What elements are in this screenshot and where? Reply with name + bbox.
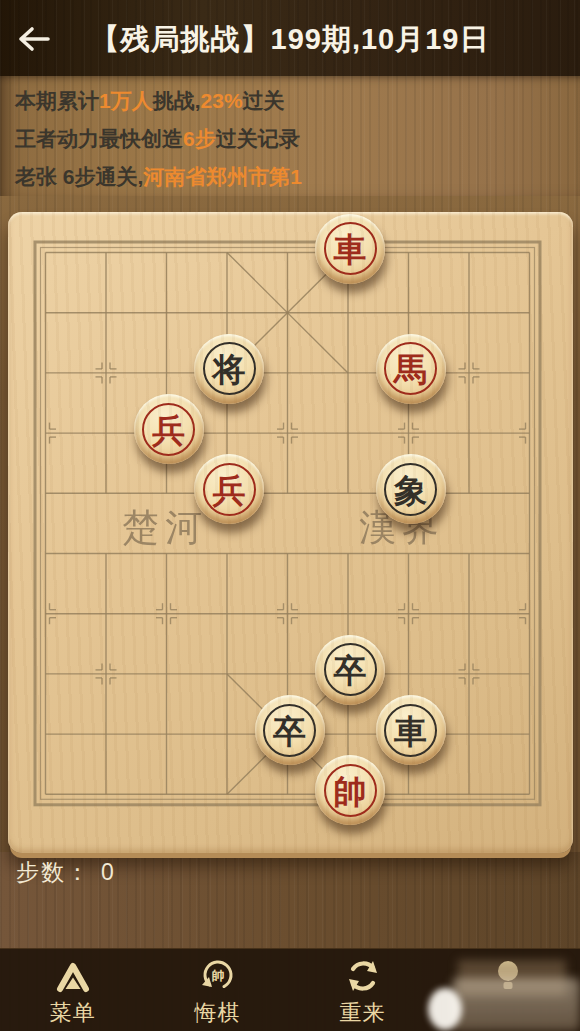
xiangqi-board[interactable]: 楚河漢界 車将馬兵兵象卒卒車帥 xyxy=(8,212,573,853)
piece-glyph: 馬 xyxy=(394,353,427,386)
piece-black-soldier[interactable]: 卒 xyxy=(255,695,325,765)
page-title: 【残局挑战】199期,10月19日 xyxy=(0,0,580,76)
piece-glyph: 兵 xyxy=(213,474,246,507)
svg-text:帥: 帥 xyxy=(211,968,224,983)
hint-bulb-icon xyxy=(493,956,523,996)
restart-icon xyxy=(343,956,383,996)
piece-glyph: 卒 xyxy=(334,654,367,687)
back-button[interactable] xyxy=(14,24,54,54)
piece-glyph: 将 xyxy=(213,353,246,386)
hint-button[interactable] xyxy=(448,956,568,998)
piece-glyph: 車 xyxy=(394,715,427,748)
stats-text: 老张 6步通关, xyxy=(15,165,143,188)
undo-button[interactable]: 帥 悔棋 xyxy=(158,956,278,1028)
bottom-toolbar: 菜单 帥 悔棋 重来 xyxy=(0,948,580,1031)
stats-text: 王者动力最快创造 xyxy=(15,127,183,150)
menu-logo-icon xyxy=(52,956,94,996)
stats-text: 挑战, xyxy=(153,89,201,112)
app-screen: 【残局挑战】199期,10月19日 本期累计1万人挑战,23%过关 王者动力最快… xyxy=(0,0,580,1031)
undo-icon: 帥 xyxy=(198,956,238,996)
piece-glyph: 卒 xyxy=(273,715,306,748)
challenge-stats: 本期累计1万人挑战,23%过关 王者动力最快创造6步过关记录 老张 6步通关,河… xyxy=(15,82,302,196)
move-counter-label: 步数： xyxy=(16,859,91,885)
stats-line-3: 老张 6步通关,河南省郑州市第1 xyxy=(15,158,302,196)
piece-red-soldier[interactable]: 兵 xyxy=(194,454,264,524)
menu-button[interactable]: 菜单 xyxy=(13,956,133,1028)
piece-ring: 馬 xyxy=(384,342,437,395)
piece-glyph: 帥 xyxy=(334,775,367,808)
piece-red-soldier[interactable]: 兵 xyxy=(134,394,204,464)
stats-line-2: 王者动力最快创造6步过关记录 xyxy=(15,120,302,158)
stats-highlight: 6步 xyxy=(183,127,216,150)
piece-ring: 兵 xyxy=(142,403,195,456)
piece-black-soldier[interactable]: 卒 xyxy=(315,635,385,705)
piece-ring: 卒 xyxy=(324,643,377,696)
undo-button-label: 悔棋 xyxy=(195,998,241,1028)
piece-glyph: 車 xyxy=(334,233,367,266)
stats-text: 本期累计 xyxy=(15,89,99,112)
stats-line-1: 本期累计1万人挑战,23%过关 xyxy=(15,82,302,120)
stats-highlight: 河南省郑州市第1 xyxy=(143,165,302,188)
piece-glyph: 象 xyxy=(394,474,427,507)
piece-ring: 将 xyxy=(203,342,256,395)
restart-button[interactable]: 重来 xyxy=(303,956,423,1028)
piece-ring: 象 xyxy=(384,463,437,516)
piece-ring: 卒 xyxy=(263,704,316,757)
piece-red-horse[interactable]: 馬 xyxy=(376,334,446,404)
piece-black-general[interactable]: 将 xyxy=(194,334,264,404)
stats-text: 过关记录 xyxy=(216,127,300,150)
piece-ring: 車 xyxy=(324,222,377,275)
back-arrow-icon xyxy=(14,24,54,54)
piece-red-chariot[interactable]: 車 xyxy=(315,214,385,284)
menu-button-label: 菜单 xyxy=(50,998,96,1028)
move-counter: 步数：0 xyxy=(16,857,116,888)
move-counter-value: 0 xyxy=(101,859,116,885)
stats-text: 过关 xyxy=(243,89,285,112)
stats-highlight: 1万人 xyxy=(99,89,153,112)
piece-red-general[interactable]: 帥 xyxy=(315,755,385,825)
piece-black-chariot[interactable]: 車 xyxy=(376,695,446,765)
piece-ring: 車 xyxy=(384,704,437,757)
piece-ring: 兵 xyxy=(203,463,256,516)
restart-button-label: 重来 xyxy=(340,998,386,1028)
river-text-left: 楚河 xyxy=(122,506,208,549)
piece-black-elephant[interactable]: 象 xyxy=(376,454,446,524)
stats-highlight: 23% xyxy=(201,89,243,112)
piece-glyph: 兵 xyxy=(152,414,185,447)
piece-ring: 帥 xyxy=(324,764,377,817)
